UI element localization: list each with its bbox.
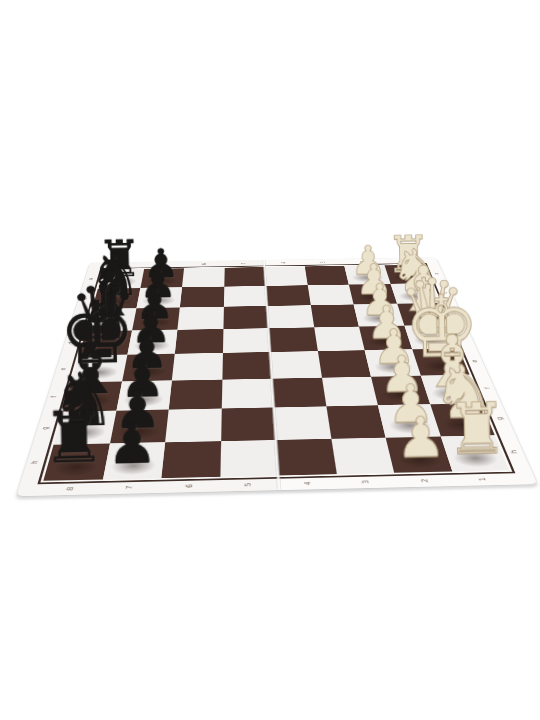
product-photo: ♜♟♟♜♞♟♟♞♝♟♟♝♛♟♟♛♚♟♟♚♝♟♟♝♞♟♟♞♜♟♟♜ 8765432…: [0, 0, 540, 720]
square-h6[interactable]: [161, 441, 220, 478]
square-g4[interactable]: [274, 406, 331, 439]
square-e5[interactable]: [222, 352, 272, 379]
square-a4[interactable]: [264, 266, 307, 285]
square-d5[interactable]: [222, 328, 270, 353]
square-d3[interactable]: [314, 326, 365, 351]
square-g5[interactable]: [221, 407, 276, 440]
square-b6[interactable]: [180, 286, 224, 307]
square-d6[interactable]: [175, 329, 223, 354]
square-c3[interactable]: [310, 304, 359, 327]
black-pawn-h7[interactable]: ♟: [107, 415, 159, 472]
square-g3[interactable]: [326, 405, 386, 438]
square-e4[interactable]: [270, 351, 321, 378]
coord-far-5: 5: [241, 263, 247, 265]
square-h7[interactable]: ♟: [102, 442, 165, 479]
coord-right-h: h: [510, 450, 520, 453]
square-a3[interactable]: [304, 266, 348, 285]
coord-far-6: 6: [201, 263, 207, 265]
board-sheet: ♜♟♟♜♞♟♟♞♝♟♟♝♛♟♟♛♚♟♟♚♝♟♟♝♞♟♟♞♜♟♟♜ 8765432…: [16, 258, 537, 496]
coord-far-3: 3: [321, 261, 327, 263]
square-a5[interactable]: [224, 267, 266, 286]
square-d4[interactable]: [268, 327, 317, 352]
white-pawn-h2[interactable]: ♟: [395, 409, 446, 466]
square-h4[interactable]: [276, 438, 336, 475]
square-h8[interactable]: ♜: [43, 443, 109, 481]
square-h3[interactable]: [331, 437, 394, 474]
square-f6[interactable]: [169, 379, 222, 409]
white-rook-h1[interactable]: ♜: [445, 393, 508, 464]
coord-far-4: 4: [281, 262, 287, 264]
square-h2[interactable]: ♟: [386, 436, 452, 473]
square-h1[interactable]: ♜: [440, 435, 509, 472]
square-h5[interactable]: [220, 440, 278, 477]
coord-near-3: 3: [362, 480, 371, 484]
square-g6[interactable]: [165, 409, 221, 442]
square-f3[interactable]: [321, 376, 377, 406]
square-b5[interactable]: [223, 286, 267, 307]
coord-near-4: 4: [304, 481, 313, 485]
square-b4[interactable]: [266, 285, 311, 306]
black-rook-h8[interactable]: ♜: [41, 401, 106, 473]
square-e3[interactable]: [317, 350, 371, 377]
square-b3[interactable]: [307, 284, 353, 305]
square-e6[interactable]: [172, 353, 223, 380]
square-f4[interactable]: [272, 377, 326, 407]
square-c4[interactable]: [267, 305, 314, 328]
coord-near-2: 2: [421, 479, 431, 483]
coord-near-1: 1: [479, 477, 489, 481]
